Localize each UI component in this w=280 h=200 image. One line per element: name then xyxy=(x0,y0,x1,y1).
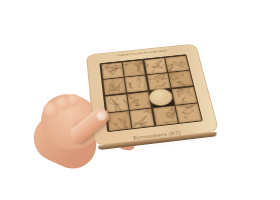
tile-r1c4[interactable] xyxy=(165,55,188,71)
tile-r4c4[interactable] xyxy=(176,104,201,123)
frame-top-label: Taquin Puzzle Personnalisé xyxy=(116,48,167,56)
thumb-nail xyxy=(95,109,108,122)
empty-cell xyxy=(150,89,174,107)
tile-r1c1[interactable] xyxy=(101,62,123,79)
tile-r3c2[interactable] xyxy=(127,92,151,110)
tile-r2c1[interactable] xyxy=(103,78,126,96)
tile-r4c1[interactable] xyxy=(107,111,131,130)
tile-r2c4[interactable] xyxy=(169,71,193,88)
tile-r1c3[interactable] xyxy=(144,58,167,75)
tile-grid xyxy=(99,54,203,132)
tile-r1c2[interactable] xyxy=(123,60,146,77)
tile-r2c3[interactable] xyxy=(147,73,171,90)
tile-r4c3[interactable] xyxy=(153,106,178,125)
tile-r3c1[interactable] xyxy=(105,94,129,112)
puzzle-board: Taquin Puzzle Personnalisé Eymoutiers (8… xyxy=(86,43,219,146)
scene: Taquin Puzzle Personnalisé Eymoutiers (8… xyxy=(0,0,280,200)
tile-r4c2[interactable] xyxy=(130,109,155,128)
tile-r2c2[interactable] xyxy=(125,75,148,92)
round-piece[interactable] xyxy=(148,88,174,107)
tile-r3c4[interactable] xyxy=(172,87,197,105)
frame-bottom-label: Eymoutiers (87) xyxy=(122,128,191,142)
knuckle xyxy=(67,94,80,106)
